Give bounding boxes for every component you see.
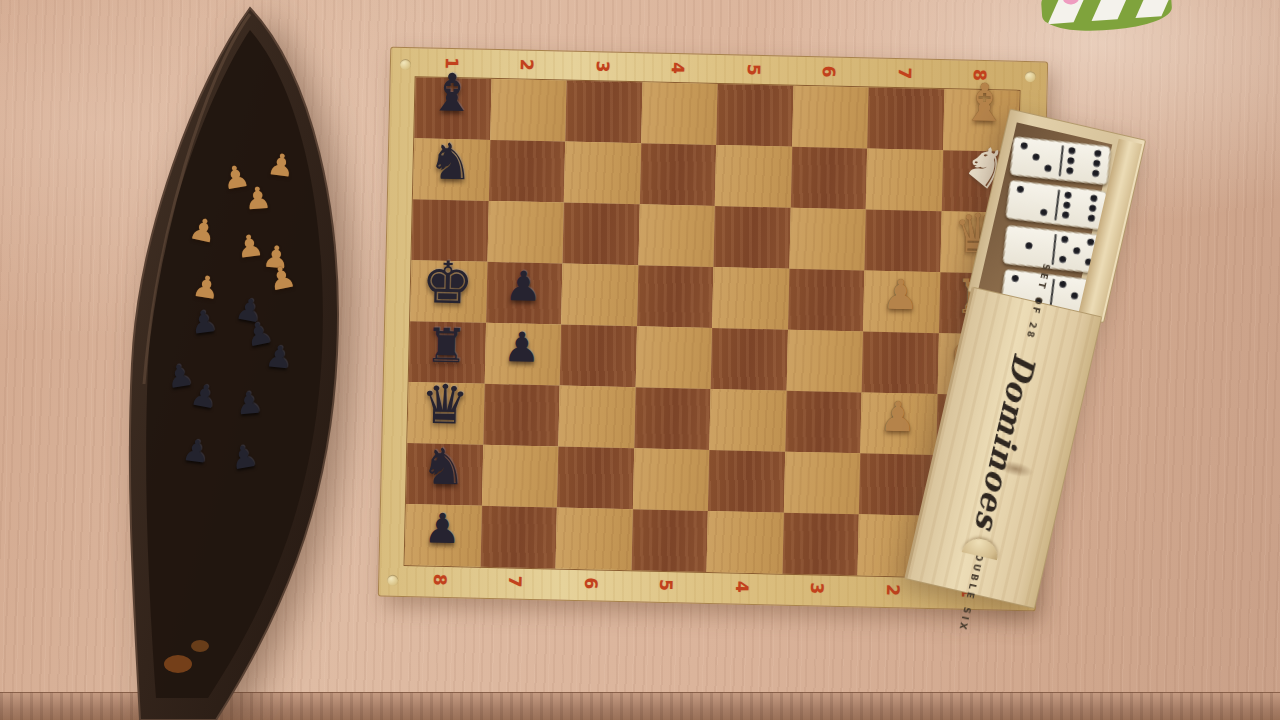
chess-piece-black-knight[interactable]: ♞ [428,136,474,187]
board-cell[interactable] [712,267,789,330]
chess-piece-black-rook[interactable]: ♜ [425,321,468,369]
board-cell[interactable] [641,82,718,145]
rank-label: 2 [885,581,903,599]
chess-piece-black-king[interactable]: ♚ [421,253,474,312]
tray-piece-black-pawn[interactable]: ♟ [228,440,260,474]
rank-label: 7 [896,64,914,82]
pip [1067,157,1075,165]
tray-pieces: ♟♟♟♟♟♟♟♟♟♟♟♟♟♟♟♟♟ [116,4,348,720]
rank-label: 6 [583,574,601,592]
green-toy-body [1041,0,1173,34]
pip [1094,150,1102,158]
pip [1064,191,1072,199]
rank-label: 3 [594,57,612,75]
board-cell[interactable] [867,87,944,150]
chess-piece-black-pawn[interactable]: ♟ [503,327,541,369]
pip [1061,236,1069,244]
board-cell[interactable] [635,326,712,389]
board-cell[interactable] [639,143,716,206]
pip [1062,211,1070,219]
board-cell[interactable] [706,511,783,574]
green-toy [1035,0,1180,39]
tray-piece-tan-pawn[interactable]: ♟ [266,261,299,296]
chess-piece-black-queen[interactable]: ♛ [420,377,470,432]
board-cell[interactable] [634,387,711,450]
rank-label: 8 [972,66,990,84]
board-cell[interactable] [789,208,866,271]
domino-tile-2-6[interactable] [1005,180,1107,231]
tray-piece-tan-pawn[interactable]: ♟ [235,230,266,263]
board-cell[interactable] [564,142,641,205]
chess-piece-black-pawn[interactable]: ♟ [423,508,461,550]
board-cell[interactable] [561,264,638,327]
board-cell[interactable] [480,506,557,569]
rank-label: 8 [432,571,450,589]
board-cell[interactable] [711,328,788,391]
brass-corner-dot [387,575,398,586]
tray-piece-black-pawn[interactable]: ♟ [264,341,294,374]
board-cell[interactable] [709,389,786,452]
board-cell[interactable] [708,450,785,513]
board-cell[interactable] [488,140,565,203]
pip [1011,275,1019,283]
domino-tile-3-6[interactable] [1010,136,1112,185]
domino-half-3 [1011,137,1063,179]
rank-label: 4 [734,578,752,596]
pip [1020,142,1028,150]
board-cell[interactable] [783,452,860,515]
board-cell[interactable] [487,201,564,264]
tray-piece-tan-pawn[interactable]: ♟ [187,213,220,248]
pip [1092,170,1100,178]
board-cell[interactable] [782,513,859,576]
chess-piece-tan-pawn[interactable]: ♟ [879,396,917,438]
board-cell[interactable] [558,386,635,449]
board-cell[interactable] [790,147,867,210]
board-cell[interactable] [632,448,709,511]
board-cell[interactable] [556,508,633,571]
board-cell[interactable] [481,445,558,508]
toy-white-pattern [1092,0,1134,21]
rank-label: 6 [821,62,839,80]
chess-piece-black-pawn[interactable]: ♟ [504,266,542,308]
pip [1090,195,1098,203]
tray-piece-black-pawn[interactable]: ♟ [234,387,263,419]
photo-scene: ♟♟♟♟♟♟♟♟♟♟♟♟♟♟♟♟♟ ♝♞♚♜♛♞♟♟♟♝♞♛♜♚♟♟♟♞♝ 12… [0,0,1280,720]
rank-label: 2 [519,56,537,74]
brass-corner-dot [1025,71,1036,82]
tray-piece-black-pawn[interactable]: ♟ [189,306,219,339]
storage-tray: ♟♟♟♟♟♟♟♟♟♟♟♟♟♟♟♟♟ [116,4,348,720]
brand-label: Dominoes [968,350,1044,534]
pip [1093,160,1101,168]
board-cell[interactable] [565,81,642,144]
chess-piece-black-knight[interactable]: ♞ [421,441,467,492]
board-cell[interactable] [792,86,869,149]
pip [1071,292,1079,300]
board-cell[interactable] [560,325,637,388]
board-cell[interactable] [864,209,941,272]
tray-piece-tan-pawn[interactable]: ♟ [190,271,221,305]
domino-half-2 [1006,181,1058,224]
board-cell[interactable] [638,204,715,267]
rank-label: 5 [745,61,763,79]
rank-label: 3 [809,579,827,597]
pip [1066,167,1074,175]
board-cell[interactable] [637,265,714,328]
pip [1032,153,1040,161]
board-cell[interactable] [483,384,560,447]
pip [1089,204,1097,212]
board-cell[interactable] [785,391,862,454]
toy-white-pattern [1135,0,1173,18]
board-cell[interactable] [716,84,793,147]
tray-piece-tan-pawn[interactable]: ♟ [244,183,273,215]
brass-corner-dot [400,59,411,70]
board-cell[interactable] [786,330,863,393]
pip [1087,214,1095,222]
domino-half-1 [1004,226,1056,268]
rank-label: 5 [658,576,676,594]
pip [1059,256,1067,264]
rank-label: 4 [670,59,688,77]
pip [1059,280,1067,288]
rank-label: 7 [507,572,525,590]
board-labels: 1234567887654321 [391,48,1047,63]
chess-piece-tan-pawn[interactable]: ♟ [882,274,920,316]
board-cell[interactable] [866,148,943,211]
pip [1073,247,1081,255]
pip [1040,209,1048,217]
board-cell[interactable] [713,206,790,269]
pip [1016,186,1024,194]
board-cell[interactable] [715,145,792,208]
board-cell[interactable] [631,509,708,572]
board-cell[interactable] [557,447,634,510]
tray-piece-tan-pawn[interactable]: ♟ [266,149,297,182]
tray-piece-black-pawn[interactable]: ♟ [188,379,220,414]
tray-piece-black-pawn[interactable]: ♟ [181,435,212,468]
board-cell[interactable] [788,269,865,332]
pip [1068,147,1076,155]
chess-piece-black-bishop[interactable]: ♝ [428,66,476,119]
rank-label: 1 [444,54,462,72]
domino-half-6 [1058,142,1110,184]
board-cell[interactable] [490,79,567,142]
board-cell[interactable] [562,203,639,266]
board-cell[interactable] [862,331,939,394]
pip [1044,165,1052,173]
pip [1025,242,1033,250]
pip [1063,201,1071,209]
